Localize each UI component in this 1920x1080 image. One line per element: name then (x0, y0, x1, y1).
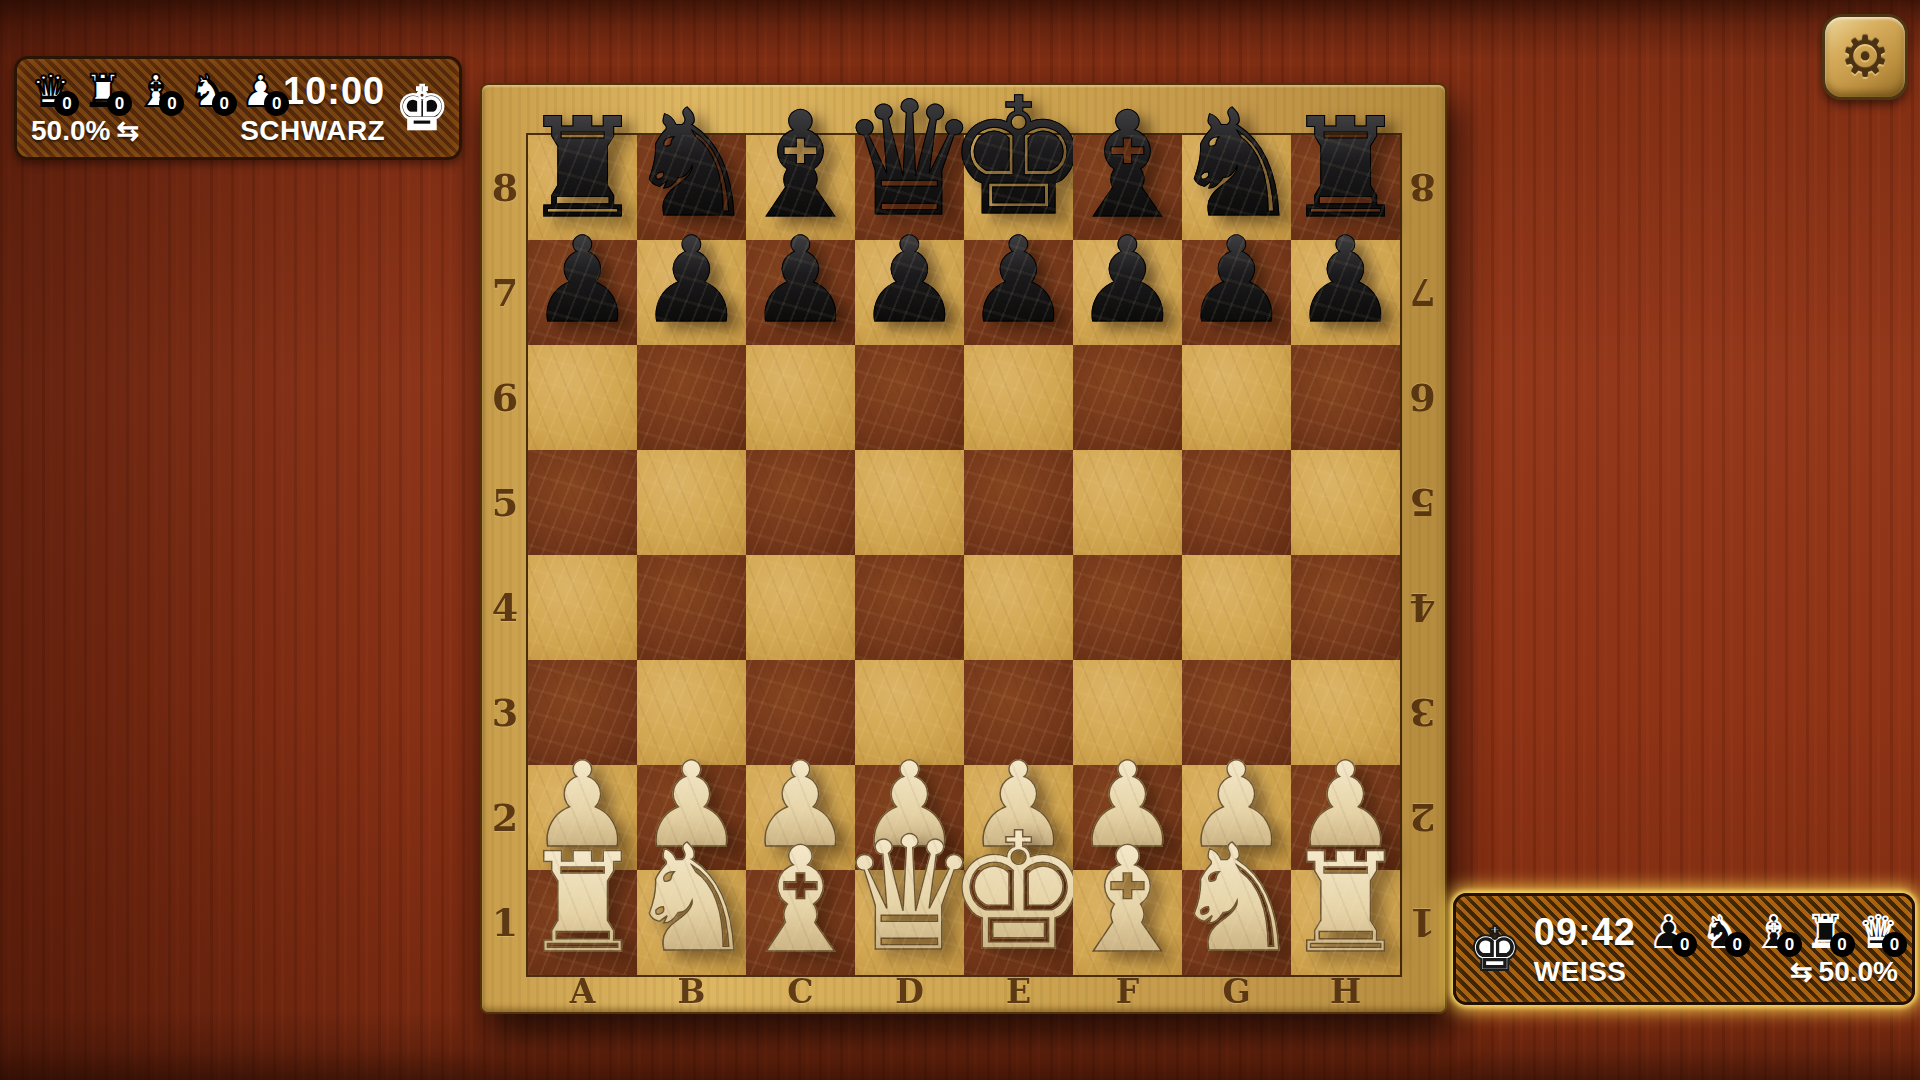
white-win-percent: ⇆ 50.0% (1790, 956, 1898, 988)
captured-black-rook-counter: ♜0 (1806, 910, 1845, 954)
chess-board: ♜♞♝♛♚♝♞♜♟♟♟♟♟♟♟♟♟♟♟♟♟♟♟♟♜♞♝♛♚♝♞♜ 8765432… (480, 83, 1447, 1014)
rank-label-left-6: 6 (482, 345, 528, 450)
file-label-h: H (1291, 975, 1400, 1012)
square-f7[interactable]: ♟ (1073, 240, 1182, 345)
square-b6[interactable] (637, 345, 746, 450)
square-g1[interactable]: ♞ (1182, 870, 1291, 975)
piece-black-pawn-g7[interactable]: ♟ (1184, 221, 1290, 339)
rank-label-right-7: 7 (1400, 240, 1445, 345)
piece-black-pawn-b7[interactable]: ♟ (639, 221, 745, 339)
capture-count-badge: 0 (212, 91, 237, 116)
square-f4[interactable] (1073, 555, 1182, 660)
square-a7[interactable]: ♟ (528, 240, 637, 345)
square-a4[interactable] (528, 555, 637, 660)
square-e4[interactable] (964, 555, 1073, 660)
square-b4[interactable] (637, 555, 746, 660)
square-g4[interactable] (1182, 555, 1291, 660)
white-captures-list: ♟0♞0♝0♜0♛0 (1649, 910, 1898, 954)
square-d5[interactable] (855, 450, 964, 555)
rank-label-right-4: 4 (1400, 555, 1445, 660)
capture-count-badge: 0 (1725, 932, 1750, 957)
square-e6[interactable] (964, 345, 1073, 450)
capture-count-badge: 0 (1777, 932, 1802, 957)
square-g6[interactable] (1182, 345, 1291, 450)
capture-count-badge: 0 (1882, 932, 1907, 957)
captured-white-knight-counter: ♞0 (188, 69, 227, 113)
piece-black-pawn-c7[interactable]: ♟ (748, 221, 854, 339)
capture-count-badge: 0 (54, 91, 79, 116)
swap-arrows-icon: ⇆ (1790, 959, 1813, 986)
square-d6[interactable] (855, 345, 964, 450)
black-clock: 10:00 (283, 70, 385, 113)
piece-black-pawn-a7[interactable]: ♟ (530, 221, 636, 339)
square-f6[interactable] (1073, 345, 1182, 450)
rank-label-right-6: 6 (1400, 345, 1445, 450)
square-e5[interactable] (964, 450, 1073, 555)
gear-icon: ⚙ (1840, 29, 1890, 85)
white-win-percent-value: 50.0% (1819, 956, 1898, 988)
square-h7[interactable]: ♟ (1291, 240, 1400, 345)
rank-label-right-1: 1 (1400, 870, 1445, 975)
square-h1[interactable]: ♜ (1291, 870, 1400, 975)
square-g7[interactable]: ♟ (1182, 240, 1291, 345)
rank-label-left-8: 8 (482, 135, 528, 240)
rank-label-left-5: 5 (482, 450, 528, 555)
capture-count-badge: 0 (107, 91, 132, 116)
file-label-d: D (855, 975, 964, 1012)
square-g5[interactable] (1182, 450, 1291, 555)
rank-label-left-3: 3 (482, 660, 528, 765)
rank-label-left-7: 7 (482, 240, 528, 345)
square-a1[interactable]: ♜ (528, 870, 637, 975)
square-e7[interactable]: ♟ (964, 240, 1073, 345)
rank-label-right-2: 2 (1400, 765, 1445, 870)
square-b7[interactable]: ♟ (637, 240, 746, 345)
captured-black-pawn-counter: ♟0 (1649, 910, 1688, 954)
captured-black-queen-counter: ♛0 (1859, 910, 1898, 954)
black-king-icon: ♚ (395, 78, 449, 138)
white-player-name: WEISS (1534, 956, 1627, 988)
square-c7[interactable]: ♟ (746, 240, 855, 345)
swap-arrows-icon: ⇆ (116, 118, 139, 145)
square-c6[interactable] (746, 345, 855, 450)
captured-white-queen-counter: ♛0 (31, 69, 70, 113)
file-label-f: F (1073, 975, 1182, 1012)
square-c4[interactable] (746, 555, 855, 660)
square-d7[interactable]: ♟ (855, 240, 964, 345)
square-c5[interactable] (746, 450, 855, 555)
rank-label-right-8: 8 (1400, 135, 1445, 240)
rank-label-left-4: 4 (482, 555, 528, 660)
white-player-panel: ♚ 09:42 ♟0♞0♝0♜0♛0 WEISS ⇆ 50.0% (1453, 893, 1915, 1005)
rank-label-left-1: 1 (482, 870, 528, 975)
square-h5[interactable] (1291, 450, 1400, 555)
white-king-icon: ♚ (1468, 919, 1522, 979)
piece-black-pawn-e7[interactable]: ♟ (966, 221, 1072, 339)
piece-black-pawn-h7[interactable]: ♟ (1293, 221, 1399, 339)
rank-label-right-3: 3 (1400, 660, 1445, 765)
file-label-b: B (637, 975, 746, 1012)
capture-count-badge: 0 (159, 91, 184, 116)
black-player-panel: ♛0♜0♝0♞0♟0 10:00 50.0% ⇆ SCHWARZ ♚ (14, 56, 462, 160)
captured-black-knight-counter: ♞0 (1701, 910, 1740, 954)
file-label-c: C (746, 975, 855, 1012)
piece-white-rook-h1[interactable]: ♜ (1284, 835, 1408, 973)
captured-white-pawn-counter: ♟0 (241, 69, 280, 113)
square-f1[interactable]: ♝ (1073, 870, 1182, 975)
captured-white-rook-counter: ♜0 (83, 69, 122, 113)
black-player-name: SCHWARZ (240, 115, 385, 147)
square-a6[interactable] (528, 345, 637, 450)
piece-black-pawn-d7[interactable]: ♟ (857, 221, 963, 339)
square-d4[interactable] (855, 555, 964, 660)
white-clock: 09:42 (1534, 911, 1636, 954)
settings-button[interactable]: ⚙ (1822, 14, 1908, 100)
capture-count-badge: 0 (1672, 932, 1697, 957)
square-b1[interactable]: ♞ (637, 870, 746, 975)
black-captures-list: ♛0♜0♝0♞0♟0 (31, 69, 280, 113)
square-h4[interactable] (1291, 555, 1400, 660)
capture-count-badge: 0 (1830, 932, 1855, 957)
piece-black-pawn-f7[interactable]: ♟ (1075, 221, 1181, 339)
square-b5[interactable] (637, 450, 746, 555)
file-label-a: A (528, 975, 637, 1012)
captured-black-bishop-counter: ♝0 (1754, 910, 1793, 954)
square-h6[interactable] (1291, 345, 1400, 450)
rank-label-right-5: 5 (1400, 450, 1445, 555)
black-win-percent: 50.0% ⇆ (31, 115, 139, 147)
file-label-e: E (964, 975, 1073, 1012)
board-squares: ♜♞♝♛♚♝♞♜♟♟♟♟♟♟♟♟♟♟♟♟♟♟♟♟♜♞♝♛♚♝♞♜ (528, 135, 1400, 975)
captured-white-bishop-counter: ♝0 (136, 69, 175, 113)
black-win-percent-value: 50.0% (31, 115, 110, 147)
rank-label-left-2: 2 (482, 765, 528, 870)
square-e1[interactable]: ♚ (964, 870, 1073, 975)
square-f5[interactable] (1073, 450, 1182, 555)
file-label-g: G (1182, 975, 1291, 1012)
square-a5[interactable] (528, 450, 637, 555)
